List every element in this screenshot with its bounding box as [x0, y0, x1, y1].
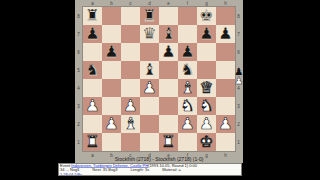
piece-wk-g1[interactable]: ♚ — [199, 133, 213, 151]
square-a5[interactable]: ♞ — [83, 61, 102, 79]
square-e7[interactable]: ♝ — [159, 25, 178, 43]
piece-wn-f3[interactable]: ♞ — [180, 97, 194, 115]
square-g4[interactable]: ♛ — [197, 79, 216, 97]
players-title: Stockfish (2718) - Stockfish (2718) (1-0… — [115, 156, 204, 162]
file-label-g: g — [197, 0, 216, 6]
square-h2[interactable]: ♟ — [216, 115, 235, 133]
rank-label-4: 4 — [75, 79, 83, 97]
rank-label-3: 3 — [235, 97, 243, 115]
piece-wr-e1[interactable]: ♜ — [161, 133, 175, 151]
game-info-box: Event: Indonesien, Tuebingen Defense, Ca… — [58, 163, 242, 176]
square-a1[interactable]: ♜ — [83, 133, 102, 151]
square-e8[interactable] — [159, 7, 178, 25]
square-e5[interactable] — [159, 61, 178, 79]
square-c6[interactable] — [121, 43, 140, 61]
file-label-e: e — [159, 0, 178, 6]
square-a6[interactable] — [83, 43, 102, 61]
file-labels-top: abcdefgh — [83, 0, 235, 6]
file-label-f: f — [178, 0, 197, 6]
square-h6[interactable] — [216, 43, 235, 61]
rank-label-6: 6 — [75, 43, 83, 61]
square-d4[interactable]: ♟ — [140, 79, 159, 97]
file-label-a: a — [83, 0, 102, 6]
square-g8[interactable]: ♚ — [197, 7, 216, 25]
piece-bn-f5[interactable]: ♞ — [180, 61, 194, 79]
piece-wp-g2[interactable]: ♟ — [199, 115, 213, 133]
piece-wn-g3[interactable]: ♞ — [199, 97, 213, 115]
square-f4[interactable]: ♝ — [178, 79, 197, 97]
square-d1[interactable] — [140, 133, 159, 151]
square-f1[interactable] — [178, 133, 197, 151]
piece-bb-e7[interactable]: ♝ — [161, 25, 175, 43]
square-d8[interactable]: ♜ — [140, 7, 159, 25]
piece-bp-g7[interactable]: ♟ — [199, 25, 213, 43]
square-f5[interactable]: ♞ — [178, 61, 197, 79]
game-title-row: Stockfish (2718) - Stockfish (2718) (1-0… — [75, 156, 243, 163]
square-b5[interactable] — [102, 61, 121, 79]
square-g3[interactable]: ♞ — [197, 97, 216, 115]
file-label-b: b — [102, 0, 121, 6]
length-indicator: Length: 3s — [130, 168, 149, 172]
square-g1[interactable]: ♚ — [197, 133, 216, 151]
square-h3[interactable] — [216, 97, 235, 115]
square-f6[interactable]: ♟ — [178, 43, 197, 61]
rank-label-2: 2 — [235, 115, 243, 133]
piece-bb-d5[interactable]: ♝ — [142, 61, 156, 79]
piece-wp-c3[interactable]: ♟ — [123, 97, 137, 115]
square-e3[interactable] — [159, 97, 178, 115]
square-a2[interactable] — [83, 115, 102, 133]
square-c3[interactable]: ♟ — [121, 97, 140, 115]
square-h5[interactable] — [216, 61, 235, 79]
piece-bq-d7[interactable]: ♛ — [142, 25, 156, 43]
rank-label-5: 5 — [75, 61, 83, 79]
rank-label-1: 1 — [235, 133, 243, 151]
piece-wp-d4[interactable]: ♟ — [142, 79, 156, 97]
square-b6[interactable]: ♟ — [102, 43, 121, 61]
rank-label-3: 3 — [75, 97, 83, 115]
rank-label-2: 2 — [75, 115, 83, 133]
video-frame: abcdefgh abcdefgh 87654321 87654321 ♜♜♚♟… — [0, 0, 320, 180]
square-b8[interactable] — [102, 7, 121, 25]
piece-wp-b2[interactable]: ♟ — [104, 115, 118, 133]
piece-wq-g4[interactable]: ♛ — [199, 79, 213, 97]
piece-bp-a7[interactable]: ♟ — [85, 25, 99, 43]
rank-label-7: 7 — [75, 25, 83, 43]
square-c4[interactable] — [121, 79, 140, 97]
piece-wr-a1[interactable]: ♜ — [85, 133, 99, 151]
chess-board[interactable]: ♜♜♚♟♛♝♟♟♟♟♟♞♝♞♟♝♛♟♟♞♞♟♝♟♟♟♜♜♚ — [83, 7, 235, 151]
square-e2[interactable] — [159, 115, 178, 133]
piece-wp-a3[interactable]: ♟ — [85, 97, 99, 115]
square-c8[interactable] — [121, 7, 140, 25]
piece-bp-h7[interactable]: ♟ — [218, 25, 232, 43]
next-move: Next: 35 Bxg3 — [92, 168, 117, 172]
square-d2[interactable] — [140, 115, 159, 133]
rank-label-8: 8 — [235, 7, 243, 25]
square-e6[interactable]: ♟ — [159, 43, 178, 61]
piece-bn-a5[interactable]: ♞ — [85, 61, 99, 79]
square-b3[interactable] — [102, 97, 121, 115]
square-c1[interactable] — [121, 133, 140, 151]
rank-label-1: 1 — [75, 133, 83, 151]
file-label-d: d — [140, 0, 159, 6]
square-c2[interactable]: ♝ — [121, 115, 140, 133]
material-tray: ♟ ♟ — [234, 67, 244, 85]
square-a3[interactable]: ♟ — [83, 97, 102, 115]
square-a7[interactable]: ♟ — [83, 25, 102, 43]
piece-wb-f4[interactable]: ♝ — [180, 79, 194, 97]
square-e4[interactable] — [159, 79, 178, 97]
square-c5[interactable] — [121, 61, 140, 79]
square-g5[interactable] — [197, 61, 216, 79]
square-d5[interactable]: ♝ — [140, 61, 159, 79]
piece-bp-b6[interactable]: ♟ — [104, 43, 118, 61]
square-b2[interactable]: ♟ — [102, 115, 121, 133]
piece-bp-f6[interactable]: ♟ — [180, 43, 194, 61]
rank-labels-left: 87654321 — [75, 7, 83, 151]
square-f7[interactable] — [178, 25, 197, 43]
piece-wp-h2[interactable]: ♟ — [218, 115, 232, 133]
rank-label-8: 8 — [75, 7, 83, 25]
square-c7[interactable] — [121, 25, 140, 43]
clock-line: 1:28:04 5/8s — [60, 172, 242, 176]
square-g7[interactable]: ♟ — [197, 25, 216, 43]
square-a4[interactable] — [83, 79, 102, 97]
square-g2[interactable]: ♟ — [197, 115, 216, 133]
rank-label-7: 7 — [235, 25, 243, 43]
captured-white-pawn-icon: ♟ — [235, 76, 244, 85]
square-e1[interactable]: ♜ — [159, 133, 178, 151]
square-f8[interactable] — [178, 7, 197, 25]
rank-label-6: 6 — [235, 43, 243, 61]
square-b4[interactable] — [102, 79, 121, 97]
square-b7[interactable] — [102, 25, 121, 43]
square-g6[interactable] — [197, 43, 216, 61]
piece-bk-g8[interactable]: ♚ — [199, 7, 213, 25]
clock-value: 1:28:04 5/8s — [60, 172, 82, 176]
square-a8[interactable]: ♜ — [83, 7, 102, 25]
material-indicator: Material: = — [162, 168, 181, 172]
square-h7[interactable]: ♟ — [216, 25, 235, 43]
square-h1[interactable] — [216, 133, 235, 151]
square-h4[interactable] — [216, 79, 235, 97]
file-label-c: c — [121, 0, 140, 6]
piece-bp-e6[interactable]: ♟ — [161, 43, 175, 61]
piece-br-a8[interactable]: ♜ — [85, 7, 99, 25]
file-label-h: h — [216, 0, 235, 6]
piece-wb-c2[interactable]: ♝ — [123, 115, 137, 133]
square-f3[interactable]: ♞ — [178, 97, 197, 115]
square-h8[interactable] — [216, 7, 235, 25]
square-f2[interactable]: ♟ — [178, 115, 197, 133]
square-d3[interactable] — [140, 97, 159, 115]
square-d7[interactable]: ♛ — [140, 25, 159, 43]
piece-br-d8[interactable]: ♜ — [142, 7, 156, 25]
square-d6[interactable] — [140, 43, 159, 61]
piece-wp-f2[interactable]: ♟ — [180, 115, 194, 133]
square-b1[interactable] — [102, 133, 121, 151]
